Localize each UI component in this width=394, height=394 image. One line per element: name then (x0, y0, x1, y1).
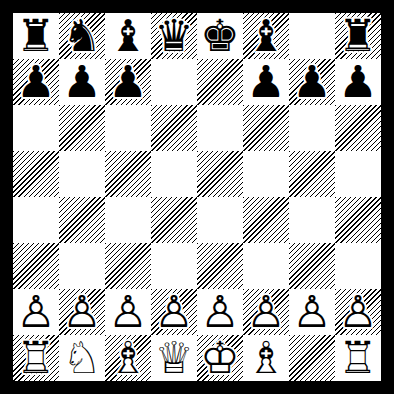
square-f2[interactable]: ♟♙ (243, 289, 289, 335)
square-a8[interactable]: ♜ (13, 13, 59, 59)
black-bishop-glyph: ♝ (105, 13, 151, 59)
piece-white-pawn[interactable]: ♟♙ (151, 289, 197, 335)
black-pawn-glyph: ♟ (13, 59, 59, 105)
square-b1[interactable]: ♞♘ (59, 335, 105, 381)
square-h5[interactable] (335, 151, 381, 197)
square-d6[interactable] (151, 105, 197, 151)
piece-white-king[interactable]: ♚♔ (197, 335, 243, 381)
square-b4[interactable] (59, 197, 105, 243)
piece-white-pawn[interactable]: ♟♙ (197, 289, 243, 335)
piece-black-pawn[interactable]: ♟ (289, 59, 335, 105)
piece-white-pawn[interactable]: ♟♙ (59, 289, 105, 335)
piece-black-pawn[interactable]: ♟ (105, 59, 151, 105)
square-d3[interactable] (151, 243, 197, 289)
piece-white-bishop[interactable]: ♝♗ (243, 335, 289, 381)
black-king-glyph: ♚ (197, 13, 243, 59)
chess-board-grid: ♜♞♝♛♚♝♜♟♟♟♟♟♟♟♙♟♙♟♙♟♙♟♙♟♙♟♙♟♙♜♖♞♘♝♗♛♕♚♔♝… (13, 13, 381, 381)
piece-white-pawn[interactable]: ♟♙ (13, 289, 59, 335)
square-f4[interactable] (243, 197, 289, 243)
piece-black-rook[interactable]: ♜ (335, 13, 381, 59)
square-a5[interactable] (13, 151, 59, 197)
square-h7[interactable]: ♟ (335, 59, 381, 105)
square-h3[interactable] (335, 243, 381, 289)
square-g4[interactable] (289, 197, 335, 243)
piece-black-queen[interactable]: ♛ (151, 13, 197, 59)
white-queen-glyph: ♕ (151, 335, 197, 381)
square-g2[interactable]: ♟♙ (289, 289, 335, 335)
white-pawn-glyph: ♙ (335, 289, 381, 335)
white-knight-glyph: ♘ (59, 335, 105, 381)
square-d8[interactable]: ♛ (151, 13, 197, 59)
square-h1[interactable]: ♜♖ (335, 335, 381, 381)
square-f8[interactable]: ♝ (243, 13, 289, 59)
square-e5[interactable] (197, 151, 243, 197)
square-b6[interactable] (59, 105, 105, 151)
piece-white-rook[interactable]: ♜♖ (335, 335, 381, 381)
square-g7[interactable]: ♟ (289, 59, 335, 105)
square-f3[interactable] (243, 243, 289, 289)
square-f7[interactable]: ♟ (243, 59, 289, 105)
white-rook-glyph: ♖ (335, 335, 381, 381)
square-g3[interactable] (289, 243, 335, 289)
square-b3[interactable] (59, 243, 105, 289)
square-d2[interactable]: ♟♙ (151, 289, 197, 335)
square-h2[interactable]: ♟♙ (335, 289, 381, 335)
black-queen-glyph: ♛ (151, 13, 197, 59)
square-b7[interactable]: ♟ (59, 59, 105, 105)
piece-white-rook[interactable]: ♜♖ (13, 335, 59, 381)
piece-white-queen[interactable]: ♛♕ (151, 335, 197, 381)
square-a4[interactable] (13, 197, 59, 243)
square-c5[interactable] (105, 151, 151, 197)
black-knight-glyph: ♞ (59, 13, 105, 59)
piece-white-pawn[interactable]: ♟♙ (289, 289, 335, 335)
white-pawn-glyph: ♙ (151, 289, 197, 335)
white-pawn-glyph: ♙ (59, 289, 105, 335)
square-g6[interactable] (289, 105, 335, 151)
piece-white-bishop[interactable]: ♝♗ (105, 335, 151, 381)
white-bishop-glyph: ♗ (105, 335, 151, 381)
piece-black-pawn[interactable]: ♟ (243, 59, 289, 105)
black-pawn-glyph: ♟ (105, 59, 151, 105)
square-c7[interactable]: ♟ (105, 59, 151, 105)
white-pawn-glyph: ♙ (243, 289, 289, 335)
square-a6[interactable] (13, 105, 59, 151)
square-e1[interactable]: ♚♔ (197, 335, 243, 381)
square-e3[interactable] (197, 243, 243, 289)
square-a1[interactable]: ♜♖ (13, 335, 59, 381)
piece-black-king[interactable]: ♚ (197, 13, 243, 59)
square-e2[interactable]: ♟♙ (197, 289, 243, 335)
square-h4[interactable] (335, 197, 381, 243)
piece-black-rook[interactable]: ♜ (13, 13, 59, 59)
square-g1[interactable] (289, 335, 335, 381)
piece-white-pawn[interactable]: ♟♙ (105, 289, 151, 335)
square-a2[interactable]: ♟♙ (13, 289, 59, 335)
square-e4[interactable] (197, 197, 243, 243)
piece-black-pawn[interactable]: ♟ (59, 59, 105, 105)
white-bishop-glyph: ♗ (243, 335, 289, 381)
black-rook-glyph: ♜ (335, 13, 381, 59)
black-pawn-glyph: ♟ (335, 59, 381, 105)
black-bishop-glyph: ♝ (243, 13, 289, 59)
square-c3[interactable] (105, 243, 151, 289)
square-e7[interactable] (197, 59, 243, 105)
piece-white-knight[interactable]: ♞♘ (59, 335, 105, 381)
white-pawn-glyph: ♙ (289, 289, 335, 335)
white-king-glyph: ♔ (197, 335, 243, 381)
chess-board-frame: ♜♞♝♛♚♝♜♟♟♟♟♟♟♟♙♟♙♟♙♟♙♟♙♟♙♟♙♟♙♜♖♞♘♝♗♛♕♚♔♝… (0, 0, 394, 394)
square-b5[interactable] (59, 151, 105, 197)
square-d7[interactable] (151, 59, 197, 105)
square-c2[interactable]: ♟♙ (105, 289, 151, 335)
square-f5[interactable] (243, 151, 289, 197)
piece-black-bishop[interactable]: ♝ (243, 13, 289, 59)
square-c8[interactable]: ♝ (105, 13, 151, 59)
square-c6[interactable] (105, 105, 151, 151)
piece-black-pawn[interactable]: ♟ (335, 59, 381, 105)
square-e8[interactable]: ♚ (197, 13, 243, 59)
square-h6[interactable] (335, 105, 381, 151)
white-pawn-glyph: ♙ (105, 289, 151, 335)
square-f6[interactable] (243, 105, 289, 151)
square-g8[interactable] (289, 13, 335, 59)
piece-black-pawn[interactable]: ♟ (13, 59, 59, 105)
square-d4[interactable] (151, 197, 197, 243)
white-pawn-glyph: ♙ (197, 289, 243, 335)
square-a7[interactable]: ♟ (13, 59, 59, 105)
black-rook-glyph: ♜ (13, 13, 59, 59)
square-c1[interactable]: ♝♗ (105, 335, 151, 381)
square-f1[interactable]: ♝♗ (243, 335, 289, 381)
square-d5[interactable] (151, 151, 197, 197)
square-d1[interactable]: ♛♕ (151, 335, 197, 381)
square-a3[interactable] (13, 243, 59, 289)
square-g5[interactable] (289, 151, 335, 197)
black-pawn-glyph: ♟ (59, 59, 105, 105)
piece-white-pawn[interactable]: ♟♙ (335, 289, 381, 335)
black-pawn-glyph: ♟ (289, 59, 335, 105)
piece-black-bishop[interactable]: ♝ (105, 13, 151, 59)
black-pawn-glyph: ♟ (243, 59, 289, 105)
square-e6[interactable] (197, 105, 243, 151)
square-c4[interactable] (105, 197, 151, 243)
piece-white-pawn[interactable]: ♟♙ (243, 289, 289, 335)
square-b8[interactable]: ♞ (59, 13, 105, 59)
white-pawn-glyph: ♙ (13, 289, 59, 335)
square-h8[interactable]: ♜ (335, 13, 381, 59)
white-rook-glyph: ♖ (13, 335, 59, 381)
square-b2[interactable]: ♟♙ (59, 289, 105, 335)
piece-black-knight[interactable]: ♞ (59, 13, 105, 59)
